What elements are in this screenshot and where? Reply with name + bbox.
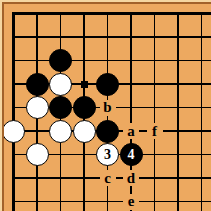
grid-line-vertical <box>154 12 156 211</box>
white-stone <box>49 120 72 143</box>
numbered-black-stone: 4 <box>120 143 143 166</box>
letter-point: f <box>147 123 163 139</box>
board-bevel-dark-top <box>0 2 211 4</box>
grid-line-vertical <box>12 12 15 211</box>
grid-line-vertical <box>177 12 179 211</box>
numbered-white-stone: 3 <box>96 143 119 166</box>
go-board-diagram: bafcde34 <box>0 0 211 211</box>
black-stone <box>26 73 49 96</box>
white-stone <box>26 143 49 166</box>
board-bevel-light-top <box>0 0 211 2</box>
board-bevel-dark-left <box>2 0 4 211</box>
grid-line-horizontal <box>12 12 211 15</box>
white-stone <box>73 120 96 143</box>
black-stone <box>96 73 119 96</box>
white-stone <box>2 120 25 143</box>
black-stone <box>49 96 72 119</box>
hoshi-marker <box>81 81 88 88</box>
grid-line-vertical <box>201 12 203 211</box>
grid-line-horizontal <box>12 60 211 62</box>
letter-point: a <box>123 123 139 139</box>
black-stone <box>73 96 96 119</box>
black-stone <box>96 120 119 143</box>
grid-line-horizontal <box>12 201 211 203</box>
letter-point: c <box>100 170 116 186</box>
black-stone <box>49 49 72 72</box>
letter-point: e <box>123 194 139 210</box>
grid-line-horizontal <box>12 36 211 38</box>
white-stone <box>49 73 72 96</box>
white-stone <box>26 96 49 119</box>
letter-point: b <box>100 100 116 116</box>
letter-point: d <box>123 170 139 186</box>
board-bevel-light-left <box>0 0 2 211</box>
